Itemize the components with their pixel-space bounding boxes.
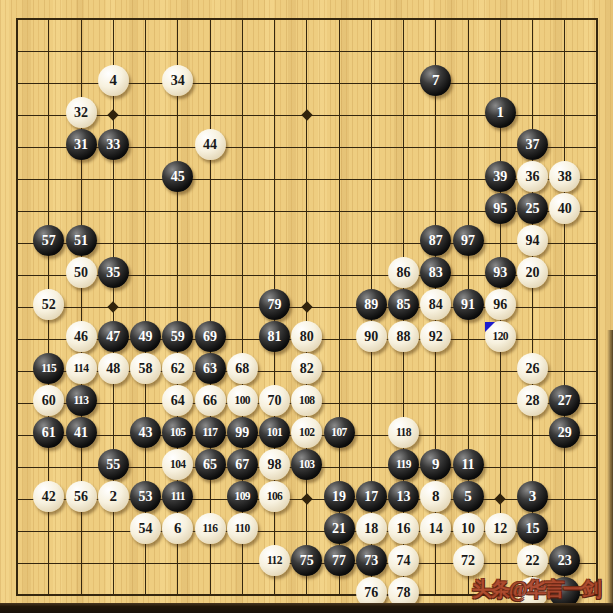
stone-number: 19 bbox=[324, 481, 355, 512]
stone-number: 63 bbox=[195, 353, 226, 384]
stone-number: 22 bbox=[517, 545, 548, 576]
stone-number: 36 bbox=[517, 161, 548, 192]
stone-3[interactable]: 3 bbox=[517, 481, 548, 512]
stone-number: 1 bbox=[485, 97, 516, 128]
stone-number: 69 bbox=[195, 321, 226, 352]
stone-number: 92 bbox=[420, 321, 451, 352]
stone-4[interactable]: 4 bbox=[98, 65, 129, 96]
stone-32[interactable]: 32 bbox=[66, 97, 97, 128]
stone-23[interactable]: 23 bbox=[549, 545, 580, 576]
stone-81[interactable]: 81 bbox=[259, 321, 290, 352]
stone-number: 96 bbox=[485, 289, 516, 320]
stone-number: 81 bbox=[259, 321, 290, 352]
stone-number: 58 bbox=[130, 353, 161, 384]
go-board[interactable]: 4347321313344374539363895254057518797945… bbox=[0, 0, 613, 613]
stone-number: 27 bbox=[549, 385, 580, 416]
stone-number: 46 bbox=[66, 321, 97, 352]
stone-44[interactable]: 44 bbox=[195, 129, 226, 160]
star-point bbox=[301, 493, 312, 504]
stone-27[interactable]: 27 bbox=[549, 385, 580, 416]
stone-number: 10 bbox=[453, 513, 484, 544]
stone-28[interactable]: 28 bbox=[517, 385, 548, 416]
stone-number: 84 bbox=[420, 289, 451, 320]
stone-112[interactable]: 112 bbox=[259, 545, 290, 576]
stone-number: 105 bbox=[162, 417, 193, 448]
stone-5[interactable]: 5 bbox=[453, 481, 484, 512]
stone-119[interactable]: 119 bbox=[388, 449, 419, 480]
watermark-text: 头条@华言一剑 bbox=[472, 576, 600, 603]
stone-number: 59 bbox=[162, 321, 193, 352]
stone-31[interactable]: 31 bbox=[66, 129, 97, 160]
stone-number: 35 bbox=[98, 257, 129, 288]
stone-number: 97 bbox=[453, 225, 484, 256]
stone-42[interactable]: 42 bbox=[33, 481, 64, 512]
stone-number: 57 bbox=[33, 225, 64, 256]
stone-75[interactable]: 75 bbox=[291, 545, 322, 576]
stone-number: 101 bbox=[259, 417, 290, 448]
stone-number: 80 bbox=[291, 321, 322, 352]
stone-83[interactable]: 83 bbox=[420, 257, 451, 288]
stone-103[interactable]: 103 bbox=[291, 449, 322, 480]
stone-111[interactable]: 111 bbox=[162, 481, 193, 512]
stone-number: 20 bbox=[517, 257, 548, 288]
stone-38[interactable]: 38 bbox=[549, 161, 580, 192]
stone-74[interactable]: 74 bbox=[388, 545, 419, 576]
stone-number: 111 bbox=[162, 481, 193, 512]
stone-91[interactable]: 91 bbox=[453, 289, 484, 320]
star-point bbox=[301, 109, 312, 120]
stone-53[interactable]: 53 bbox=[130, 481, 161, 512]
stone-92[interactable]: 92 bbox=[420, 321, 451, 352]
stone-34[interactable]: 34 bbox=[162, 65, 193, 96]
stone-number: 93 bbox=[485, 257, 516, 288]
stone-number: 7 bbox=[420, 65, 451, 96]
stone-number: 99 bbox=[227, 417, 258, 448]
stone-101[interactable]: 101 bbox=[259, 417, 290, 448]
stone-number: 65 bbox=[195, 449, 226, 480]
stone-106[interactable]: 106 bbox=[259, 481, 290, 512]
stone-40[interactable]: 40 bbox=[549, 193, 580, 224]
stone-36[interactable]: 36 bbox=[517, 161, 548, 192]
stone-number: 72 bbox=[453, 545, 484, 576]
stone-82[interactable]: 82 bbox=[291, 353, 322, 384]
stone-72[interactable]: 72 bbox=[453, 545, 484, 576]
stone-number: 106 bbox=[259, 481, 290, 512]
stone-number: 60 bbox=[33, 385, 64, 416]
stone-116[interactable]: 116 bbox=[195, 513, 226, 544]
stone-73[interactable]: 73 bbox=[356, 545, 387, 576]
stone-number: 8 bbox=[420, 481, 451, 512]
stone-number: 95 bbox=[485, 193, 516, 224]
stone-number: 114 bbox=[66, 353, 97, 384]
stone-number: 113 bbox=[66, 385, 97, 416]
stone-54[interactable]: 54 bbox=[130, 513, 161, 544]
stone-number: 85 bbox=[388, 289, 419, 320]
table-edge bbox=[0, 603, 613, 613]
stone-number: 53 bbox=[130, 481, 161, 512]
stone-70[interactable]: 70 bbox=[259, 385, 290, 416]
star-point bbox=[301, 301, 312, 312]
stone-number: 54 bbox=[130, 513, 161, 544]
stone-59[interactable]: 59 bbox=[162, 321, 193, 352]
stone-number: 103 bbox=[291, 449, 322, 480]
stone-number: 108 bbox=[291, 385, 322, 416]
stone-79[interactable]: 79 bbox=[259, 289, 290, 320]
stone-47[interactable]: 47 bbox=[98, 321, 129, 352]
board-edge-shadow bbox=[607, 330, 613, 603]
stone-50[interactable]: 50 bbox=[66, 257, 97, 288]
stone-9[interactable]: 9 bbox=[420, 449, 451, 480]
stone-number: 34 bbox=[162, 65, 193, 96]
stone-89[interactable]: 89 bbox=[356, 289, 387, 320]
stone-number: 110 bbox=[227, 513, 258, 544]
stone-16[interactable]: 16 bbox=[388, 513, 419, 544]
stone-68[interactable]: 68 bbox=[227, 353, 258, 384]
stone-number: 56 bbox=[66, 481, 97, 512]
stone-85[interactable]: 85 bbox=[388, 289, 419, 320]
stone-number: 45 bbox=[162, 161, 193, 192]
stone-number: 2 bbox=[98, 481, 129, 512]
stone-94[interactable]: 94 bbox=[517, 225, 548, 256]
stone-number: 5 bbox=[453, 481, 484, 512]
stone-52[interactable]: 52 bbox=[33, 289, 64, 320]
stone-number: 33 bbox=[98, 129, 129, 160]
stone-number: 90 bbox=[356, 321, 387, 352]
stone-37[interactable]: 37 bbox=[517, 129, 548, 160]
stone-number: 43 bbox=[130, 417, 161, 448]
stone-22[interactable]: 22 bbox=[517, 545, 548, 576]
stone-number: 102 bbox=[291, 417, 322, 448]
stone-2[interactable]: 2 bbox=[98, 481, 129, 512]
stone-number: 4 bbox=[98, 65, 129, 96]
stone-number: 17 bbox=[356, 481, 387, 512]
stone-11[interactable]: 11 bbox=[453, 449, 484, 480]
stone-14[interactable]: 14 bbox=[420, 513, 451, 544]
star-point bbox=[495, 493, 506, 504]
stone-number: 16 bbox=[388, 513, 419, 544]
stone-60[interactable]: 60 bbox=[33, 385, 64, 416]
stone-number: 37 bbox=[517, 129, 548, 160]
stone-number: 55 bbox=[98, 449, 129, 480]
stone-107[interactable]: 107 bbox=[324, 417, 355, 448]
stone-number: 61 bbox=[33, 417, 64, 448]
stone-10[interactable]: 10 bbox=[453, 513, 484, 544]
stone-number: 116 bbox=[195, 513, 226, 544]
stone-12[interactable]: 12 bbox=[485, 513, 516, 544]
stone-39[interactable]: 39 bbox=[485, 161, 516, 192]
stone-number: 109 bbox=[227, 481, 258, 512]
stone-93[interactable]: 93 bbox=[485, 257, 516, 288]
stone-number: 79 bbox=[259, 289, 290, 320]
stone-number: 52 bbox=[33, 289, 64, 320]
stone-number: 86 bbox=[388, 257, 419, 288]
stone-8[interactable]: 8 bbox=[420, 481, 451, 512]
stone-6[interactable]: 6 bbox=[162, 513, 193, 544]
stone-number: 29 bbox=[549, 417, 580, 448]
stone-20[interactable]: 20 bbox=[517, 257, 548, 288]
stone-84[interactable]: 84 bbox=[420, 289, 451, 320]
stone-number: 9 bbox=[420, 449, 451, 480]
stone-number: 66 bbox=[195, 385, 226, 416]
stone-113[interactable]: 113 bbox=[66, 385, 97, 416]
stone-number: 62 bbox=[162, 353, 193, 384]
stone-number: 87 bbox=[420, 225, 451, 256]
stone-number: 77 bbox=[324, 545, 355, 576]
last-move-marker bbox=[485, 322, 495, 332]
stone-55[interactable]: 55 bbox=[98, 449, 129, 480]
stone-number: 39 bbox=[485, 161, 516, 192]
stone-95[interactable]: 95 bbox=[485, 193, 516, 224]
stone-43[interactable]: 43 bbox=[130, 417, 161, 448]
stone-77[interactable]: 77 bbox=[324, 545, 355, 576]
stone-61[interactable]: 61 bbox=[33, 417, 64, 448]
stone-number: 64 bbox=[162, 385, 193, 416]
stone-number: 25 bbox=[517, 193, 548, 224]
grid-line-vertical bbox=[564, 18, 565, 596]
stone-number: 18 bbox=[356, 513, 387, 544]
stone-number: 40 bbox=[549, 193, 580, 224]
stone-62[interactable]: 62 bbox=[162, 353, 193, 384]
stone-number: 117 bbox=[195, 417, 226, 448]
stone-number: 41 bbox=[66, 417, 97, 448]
stone-number: 21 bbox=[324, 513, 355, 544]
stone-45[interactable]: 45 bbox=[162, 161, 193, 192]
stone-13[interactable]: 13 bbox=[388, 481, 419, 512]
stone-number: 44 bbox=[195, 129, 226, 160]
stone-102[interactable]: 102 bbox=[291, 417, 322, 448]
stone-number: 6 bbox=[162, 513, 193, 544]
stone-number: 42 bbox=[33, 481, 64, 512]
stone-51[interactable]: 51 bbox=[66, 225, 97, 256]
stone-64[interactable]: 64 bbox=[162, 385, 193, 416]
stone-105[interactable]: 105 bbox=[162, 417, 193, 448]
stone-108[interactable]: 108 bbox=[291, 385, 322, 416]
stone-number: 31 bbox=[66, 129, 97, 160]
stone-number: 107 bbox=[324, 417, 355, 448]
stone-number: 100 bbox=[227, 385, 258, 416]
stone-number: 51 bbox=[66, 225, 97, 256]
stone-number: 48 bbox=[98, 353, 129, 384]
stone-56[interactable]: 56 bbox=[66, 481, 97, 512]
stone-number: 75 bbox=[291, 545, 322, 576]
star-point bbox=[108, 109, 119, 120]
stone-number: 91 bbox=[453, 289, 484, 320]
stone-97[interactable]: 97 bbox=[453, 225, 484, 256]
stone-number: 70 bbox=[259, 385, 290, 416]
stone-number: 11 bbox=[453, 449, 484, 480]
stone-19[interactable]: 19 bbox=[324, 481, 355, 512]
stone-69[interactable]: 69 bbox=[195, 321, 226, 352]
stone-number: 14 bbox=[420, 513, 451, 544]
stone-41[interactable]: 41 bbox=[66, 417, 97, 448]
grid-line-vertical bbox=[596, 18, 598, 596]
stone-110[interactable]: 110 bbox=[227, 513, 258, 544]
stone-number: 38 bbox=[549, 161, 580, 192]
stone-100[interactable]: 100 bbox=[227, 385, 258, 416]
stone-26[interactable]: 26 bbox=[517, 353, 548, 384]
stone-90[interactable]: 90 bbox=[356, 321, 387, 352]
stone-99[interactable]: 99 bbox=[227, 417, 258, 448]
stone-number: 112 bbox=[259, 545, 290, 576]
stone-57[interactable]: 57 bbox=[33, 225, 64, 256]
stone-number: 68 bbox=[227, 353, 258, 384]
stone-number: 119 bbox=[388, 449, 419, 480]
stone-number: 49 bbox=[130, 321, 161, 352]
stone-35[interactable]: 35 bbox=[98, 257, 129, 288]
stone-number: 26 bbox=[517, 353, 548, 384]
stone-number: 23 bbox=[549, 545, 580, 576]
stone-number: 28 bbox=[517, 385, 548, 416]
stone-number: 98 bbox=[259, 449, 290, 480]
stone-58[interactable]: 58 bbox=[130, 353, 161, 384]
stone-118[interactable]: 118 bbox=[388, 417, 419, 448]
stone-87[interactable]: 87 bbox=[420, 225, 451, 256]
stone-33[interactable]: 33 bbox=[98, 129, 129, 160]
stone-104[interactable]: 104 bbox=[162, 449, 193, 480]
stone-number: 15 bbox=[517, 513, 548, 544]
stone-115[interactable]: 115 bbox=[33, 353, 64, 384]
stone-114[interactable]: 114 bbox=[66, 353, 97, 384]
stone-number: 74 bbox=[388, 545, 419, 576]
stone-number: 47 bbox=[98, 321, 129, 352]
stone-number: 12 bbox=[485, 513, 516, 544]
stone-86[interactable]: 86 bbox=[388, 257, 419, 288]
stone-98[interactable]: 98 bbox=[259, 449, 290, 480]
stone-15[interactable]: 15 bbox=[517, 513, 548, 544]
star-point bbox=[108, 301, 119, 312]
stone-96[interactable]: 96 bbox=[485, 289, 516, 320]
stone-21[interactable]: 21 bbox=[324, 513, 355, 544]
stone-7[interactable]: 7 bbox=[420, 65, 451, 96]
stone-number: 118 bbox=[388, 417, 419, 448]
stone-109[interactable]: 109 bbox=[227, 481, 258, 512]
stone-66[interactable]: 66 bbox=[195, 385, 226, 416]
stone-49[interactable]: 49 bbox=[130, 321, 161, 352]
stone-63[interactable]: 63 bbox=[195, 353, 226, 384]
stone-number: 13 bbox=[388, 481, 419, 512]
stone-number: 3 bbox=[517, 481, 548, 512]
stone-48[interactable]: 48 bbox=[98, 353, 129, 384]
stone-number: 32 bbox=[66, 97, 97, 128]
stone-17[interactable]: 17 bbox=[356, 481, 387, 512]
stone-number: 50 bbox=[66, 257, 97, 288]
stone-18[interactable]: 18 bbox=[356, 513, 387, 544]
stone-number: 104 bbox=[162, 449, 193, 480]
stone-67[interactable]: 67 bbox=[227, 449, 258, 480]
stone-80[interactable]: 80 bbox=[291, 321, 322, 352]
stone-25[interactable]: 25 bbox=[517, 193, 548, 224]
stone-number: 73 bbox=[356, 545, 387, 576]
stone-46[interactable]: 46 bbox=[66, 321, 97, 352]
stone-120[interactable]: 120 bbox=[485, 321, 516, 352]
stone-65[interactable]: 65 bbox=[195, 449, 226, 480]
stone-88[interactable]: 88 bbox=[388, 321, 419, 352]
stone-117[interactable]: 117 bbox=[195, 417, 226, 448]
stone-number: 83 bbox=[420, 257, 451, 288]
stone-number: 82 bbox=[291, 353, 322, 384]
stone-number: 115 bbox=[33, 353, 64, 384]
stone-number: 88 bbox=[388, 321, 419, 352]
stone-29[interactable]: 29 bbox=[549, 417, 580, 448]
stone-1[interactable]: 1 bbox=[485, 97, 516, 128]
stone-number: 89 bbox=[356, 289, 387, 320]
stone-number: 67 bbox=[227, 449, 258, 480]
stone-number: 94 bbox=[517, 225, 548, 256]
